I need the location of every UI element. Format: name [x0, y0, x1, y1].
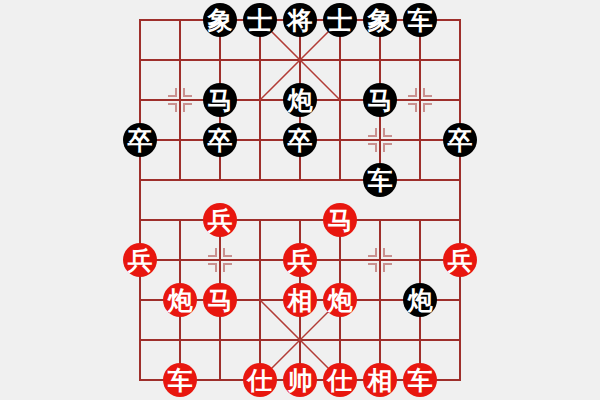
- point-marker: [384, 248, 392, 256]
- piece-black-cannon[interactable]: 炮: [283, 83, 317, 117]
- point-marker: [408, 88, 416, 96]
- piece-black-general[interactable]: 将: [283, 3, 317, 37]
- point-marker: [368, 248, 376, 256]
- point-marker: [368, 144, 376, 152]
- piece-black-chariot[interactable]: 车: [403, 3, 437, 37]
- point-marker: [424, 88, 432, 96]
- point-marker: [168, 88, 176, 96]
- point-marker: [208, 264, 216, 272]
- piece-red-soldier[interactable]: 兵: [203, 203, 237, 237]
- point-marker: [384, 264, 392, 272]
- point-marker: [184, 88, 192, 96]
- piece-black-chariot[interactable]: 车: [363, 163, 397, 197]
- point-marker: [224, 248, 232, 256]
- point-marker: [224, 264, 232, 272]
- point-marker: [368, 128, 376, 136]
- piece-black-soldier[interactable]: 卒: [283, 123, 317, 157]
- piece-red-cannon[interactable]: 炮: [323, 283, 357, 317]
- piece-black-elephant[interactable]: 象: [203, 3, 237, 37]
- point-marker: [384, 128, 392, 136]
- point-marker: [208, 248, 216, 256]
- piece-red-advisor[interactable]: 仕: [243, 363, 277, 397]
- piece-red-chariot[interactable]: 车: [403, 363, 437, 397]
- piece-black-cannon[interactable]: 炮: [403, 283, 437, 317]
- point-marker: [184, 104, 192, 112]
- piece-black-horse[interactable]: 马: [363, 83, 397, 117]
- piece-red-advisor[interactable]: 仕: [323, 363, 357, 397]
- point-marker: [368, 264, 376, 272]
- piece-black-horse[interactable]: 马: [203, 83, 237, 117]
- piece-black-soldier[interactable]: 卒: [203, 123, 237, 157]
- piece-red-general[interactable]: 帅: [283, 363, 317, 397]
- piece-black-soldier[interactable]: 卒: [443, 123, 477, 157]
- piece-red-cannon[interactable]: 炮: [163, 283, 197, 317]
- point-marker: [424, 104, 432, 112]
- piece-red-horse[interactable]: 马: [323, 203, 357, 237]
- board-grid: [0, 0, 600, 400]
- piece-red-soldier[interactable]: 兵: [123, 243, 157, 277]
- piece-red-soldier[interactable]: 兵: [283, 243, 317, 277]
- piece-black-elephant[interactable]: 象: [363, 3, 397, 37]
- piece-black-advisor[interactable]: 士: [243, 3, 277, 37]
- point-marker: [168, 104, 176, 112]
- xiangqi-board: 象士将士象车马炮马卒卒卒卒车兵马兵兵兵炮马相炮炮车仕帅仕相车: [0, 0, 600, 400]
- piece-red-chariot[interactable]: 车: [163, 363, 197, 397]
- point-marker: [408, 104, 416, 112]
- piece-red-elephant[interactable]: 相: [363, 363, 397, 397]
- piece-black-advisor[interactable]: 士: [323, 3, 357, 37]
- point-marker: [384, 144, 392, 152]
- piece-red-soldier[interactable]: 兵: [443, 243, 477, 277]
- piece-black-soldier[interactable]: 卒: [123, 123, 157, 157]
- piece-red-horse[interactable]: 马: [203, 283, 237, 317]
- piece-red-elephant[interactable]: 相: [283, 283, 317, 317]
